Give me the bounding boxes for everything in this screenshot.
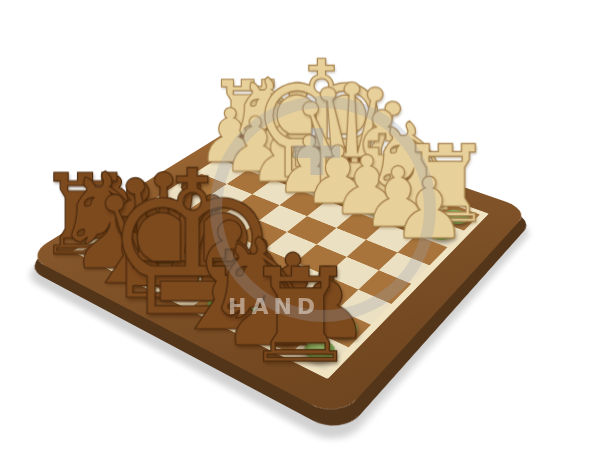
chess-board: ♜♞♝♚♛♝♞♜♟♟♟♟♟♟♟♟♟♟♟♟♟♟♟♟♜♞♝♛♚♝♞♜	[26, 115, 530, 419]
piece-white-pawn: ♟	[392, 167, 468, 252]
board-grid: ♜♞♝♚♛♝♞♜♟♟♟♟♟♟♟♟♟♟♟♟♟♟♟♟♜♞♝♛♚♝♞♜	[83, 136, 480, 371]
product-photo-scene: ♜♞♝♚♛♝♞♜♟♟♟♟♟♟♟♟♟♟♟♟♟♟♟♟♜♞♝♛♚♝♞♜ ✚ HAND	[0, 0, 600, 450]
square-r8c8: ♜	[290, 331, 349, 371]
piece-black-rook: ♜	[242, 252, 359, 382]
square-r2c8: ♟	[415, 219, 464, 248]
